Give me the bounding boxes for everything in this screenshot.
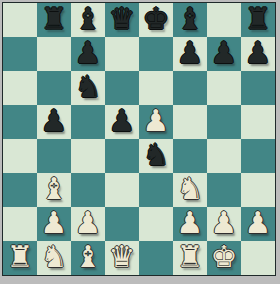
square-b8[interactable]: ♜ bbox=[37, 3, 71, 37]
square-f5[interactable] bbox=[173, 105, 207, 139]
square-a2[interactable] bbox=[3, 207, 37, 241]
black-pawn: ♟ bbox=[75, 38, 102, 68]
square-f2[interactable]: ♟ bbox=[173, 207, 207, 241]
black-pawn: ♟ bbox=[177, 38, 204, 68]
square-f1[interactable]: ♜ bbox=[173, 241, 207, 275]
square-g7[interactable]: ♟ bbox=[207, 37, 241, 71]
white-pawn: ♟ bbox=[143, 106, 170, 136]
square-a7[interactable] bbox=[3, 37, 37, 71]
square-f8[interactable]: ♝ bbox=[173, 3, 207, 37]
chess-diagram: ♜♝♛♚♝♜♟♟♟♟♞♟♟♟♞♝♞♟♟♟♟♟♜♞♝♛♜♚ bbox=[0, 0, 280, 284]
square-d7[interactable] bbox=[105, 37, 139, 71]
square-g3[interactable] bbox=[207, 173, 241, 207]
square-d1[interactable]: ♛ bbox=[105, 241, 139, 275]
black-pawn: ♟ bbox=[41, 106, 68, 136]
square-c1[interactable]: ♝ bbox=[71, 241, 105, 275]
white-bishop: ♝ bbox=[75, 242, 102, 272]
square-h4[interactable] bbox=[241, 139, 275, 173]
square-a1[interactable]: ♜ bbox=[3, 241, 37, 275]
square-h5[interactable] bbox=[241, 105, 275, 139]
square-d4[interactable] bbox=[105, 139, 139, 173]
square-g1[interactable]: ♚ bbox=[207, 241, 241, 275]
white-queen: ♛ bbox=[109, 242, 136, 272]
square-g2[interactable]: ♟ bbox=[207, 207, 241, 241]
square-h1[interactable] bbox=[241, 241, 275, 275]
black-pawn: ♟ bbox=[109, 106, 136, 136]
black-bishop: ♝ bbox=[177, 4, 204, 34]
white-rook: ♜ bbox=[177, 242, 204, 272]
square-h7[interactable]: ♟ bbox=[241, 37, 275, 71]
square-e4[interactable]: ♞ bbox=[139, 139, 173, 173]
square-b1[interactable]: ♞ bbox=[37, 241, 71, 275]
square-h2[interactable]: ♟ bbox=[241, 207, 275, 241]
square-d6[interactable] bbox=[105, 71, 139, 105]
white-knight: ♞ bbox=[41, 242, 68, 272]
square-a5[interactable] bbox=[3, 105, 37, 139]
black-rook: ♜ bbox=[245, 4, 272, 34]
square-c7[interactable]: ♟ bbox=[71, 37, 105, 71]
black-bishop: ♝ bbox=[75, 4, 102, 34]
white-knight: ♞ bbox=[177, 174, 204, 204]
square-b3[interactable]: ♝ bbox=[37, 173, 71, 207]
white-rook: ♜ bbox=[7, 242, 34, 272]
black-rook: ♜ bbox=[41, 4, 68, 34]
square-c8[interactable]: ♝ bbox=[71, 3, 105, 37]
square-g8[interactable] bbox=[207, 3, 241, 37]
square-f6[interactable] bbox=[173, 71, 207, 105]
black-knight: ♞ bbox=[143, 140, 170, 170]
square-b4[interactable] bbox=[37, 139, 71, 173]
square-c2[interactable]: ♟ bbox=[71, 207, 105, 241]
square-e3[interactable] bbox=[139, 173, 173, 207]
square-b2[interactable]: ♟ bbox=[37, 207, 71, 241]
black-pawn: ♟ bbox=[245, 38, 272, 68]
square-h3[interactable] bbox=[241, 173, 275, 207]
square-e2[interactable] bbox=[139, 207, 173, 241]
white-pawn: ♟ bbox=[211, 208, 238, 238]
square-e8[interactable]: ♚ bbox=[139, 3, 173, 37]
square-c3[interactable] bbox=[71, 173, 105, 207]
square-h8[interactable]: ♜ bbox=[241, 3, 275, 37]
square-b6[interactable] bbox=[37, 71, 71, 105]
white-pawn: ♟ bbox=[245, 208, 272, 238]
square-g6[interactable] bbox=[207, 71, 241, 105]
square-h6[interactable] bbox=[241, 71, 275, 105]
square-e6[interactable] bbox=[139, 71, 173, 105]
black-king: ♚ bbox=[143, 4, 170, 34]
black-queen: ♛ bbox=[109, 4, 136, 34]
black-pawn: ♟ bbox=[211, 38, 238, 68]
square-g4[interactable] bbox=[207, 139, 241, 173]
square-c4[interactable] bbox=[71, 139, 105, 173]
square-a3[interactable] bbox=[3, 173, 37, 207]
square-c5[interactable] bbox=[71, 105, 105, 139]
square-e1[interactable] bbox=[139, 241, 173, 275]
black-knight: ♞ bbox=[75, 72, 102, 102]
board-frame: ♜♝♛♚♝♜♟♟♟♟♞♟♟♟♞♝♞♟♟♟♟♟♜♞♝♛♜♚ bbox=[2, 2, 276, 276]
square-a8[interactable] bbox=[3, 3, 37, 37]
square-a4[interactable] bbox=[3, 139, 37, 173]
chess-board: ♜♝♛♚♝♜♟♟♟♟♞♟♟♟♞♝♞♟♟♟♟♟♜♞♝♛♜♚ bbox=[3, 3, 275, 275]
square-g5[interactable] bbox=[207, 105, 241, 139]
square-b7[interactable] bbox=[37, 37, 71, 71]
square-d2[interactable] bbox=[105, 207, 139, 241]
white-pawn: ♟ bbox=[41, 208, 68, 238]
square-f4[interactable] bbox=[173, 139, 207, 173]
square-e5[interactable]: ♟ bbox=[139, 105, 173, 139]
white-pawn: ♟ bbox=[75, 208, 102, 238]
square-c6[interactable]: ♞ bbox=[71, 71, 105, 105]
white-pawn: ♟ bbox=[177, 208, 204, 238]
square-d8[interactable]: ♛ bbox=[105, 3, 139, 37]
white-king: ♚ bbox=[211, 242, 238, 272]
square-a6[interactable] bbox=[3, 71, 37, 105]
white-bishop: ♝ bbox=[41, 174, 68, 204]
square-d5[interactable]: ♟ bbox=[105, 105, 139, 139]
square-f3[interactable]: ♞ bbox=[173, 173, 207, 207]
square-e7[interactable] bbox=[139, 37, 173, 71]
square-d3[interactable] bbox=[105, 173, 139, 207]
square-f7[interactable]: ♟ bbox=[173, 37, 207, 71]
square-b5[interactable]: ♟ bbox=[37, 105, 71, 139]
